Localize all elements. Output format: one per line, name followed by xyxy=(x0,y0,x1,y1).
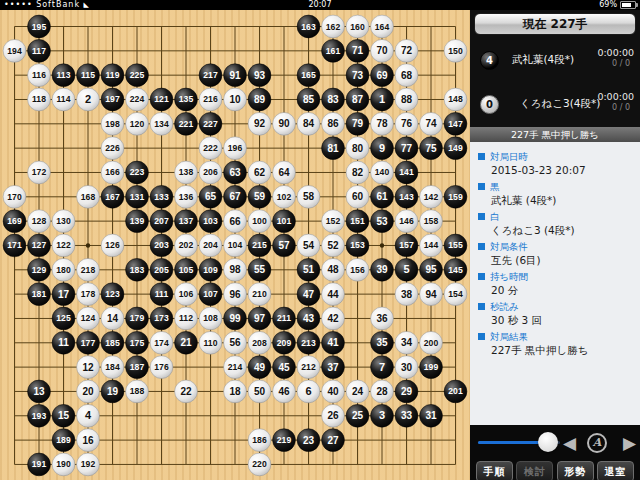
svg-text:167: 167 xyxy=(105,192,120,202)
svg-text:170: 170 xyxy=(7,192,22,202)
bullet-icon xyxy=(478,333,485,340)
svg-text:125: 125 xyxy=(56,313,71,323)
stone-white-94: 94 xyxy=(420,283,443,306)
stone-white-194: 194 xyxy=(3,39,26,62)
stone-black-7: 7 xyxy=(371,356,394,379)
svg-text:178: 178 xyxy=(81,289,96,299)
next-move-button[interactable]: ▶ xyxy=(623,431,636,455)
svg-text:224: 224 xyxy=(130,94,145,104)
stone-black-105: 105 xyxy=(175,258,198,281)
info-value-3: 互先 (6目) xyxy=(491,254,640,267)
stone-black-193: 193 xyxy=(28,404,51,427)
svg-text:183: 183 xyxy=(130,265,145,275)
svg-text:123: 123 xyxy=(105,289,120,299)
svg-text:84: 84 xyxy=(303,118,315,129)
stone-black-131: 131 xyxy=(126,185,149,208)
info-value-4: 20 分 xyxy=(491,284,640,297)
stone-white-36: 36 xyxy=(371,307,394,330)
svg-text:218: 218 xyxy=(81,265,96,275)
svg-text:207: 207 xyxy=(154,216,169,226)
svg-text:143: 143 xyxy=(399,192,414,202)
stone-black-139: 139 xyxy=(126,210,149,233)
svg-text:87: 87 xyxy=(352,94,364,105)
stone-black-215: 215 xyxy=(248,234,271,257)
svg-text:90: 90 xyxy=(278,118,290,129)
stone-white-162: 162 xyxy=(322,15,345,38)
info-value-6: 227手 黒中押し勝ち xyxy=(491,344,640,357)
stone-white-12: 12 xyxy=(77,356,100,379)
stone-white-134: 134 xyxy=(150,112,173,135)
stone-black-55: 55 xyxy=(248,258,271,281)
svg-text:55: 55 xyxy=(254,264,266,275)
stone-black-37: 37 xyxy=(322,356,345,379)
svg-text:66: 66 xyxy=(229,216,241,227)
svg-text:191: 191 xyxy=(32,459,47,469)
svg-text:225: 225 xyxy=(130,70,145,80)
svg-text:127: 127 xyxy=(32,240,47,250)
svg-text:99: 99 xyxy=(229,313,241,324)
svg-text:199: 199 xyxy=(424,362,439,372)
info-label-5: 秒読み xyxy=(478,300,640,313)
stone-black-81: 81 xyxy=(322,137,345,160)
svg-text:189: 189 xyxy=(56,435,71,445)
svg-text:36: 36 xyxy=(376,313,388,324)
stone-black-219: 219 xyxy=(273,429,296,452)
svg-text:176: 176 xyxy=(154,362,169,372)
svg-text:25: 25 xyxy=(352,410,364,421)
svg-text:190: 190 xyxy=(56,459,71,469)
stone-white-120: 120 xyxy=(126,112,149,135)
stone-black-197: 197 xyxy=(101,88,124,111)
svg-text:102: 102 xyxy=(277,192,292,202)
bullet-icon xyxy=(478,183,485,190)
stone-black-111: 111 xyxy=(150,283,173,306)
stone-white-60: 60 xyxy=(346,185,369,208)
svg-text:1: 1 xyxy=(379,93,385,105)
svg-text:40: 40 xyxy=(327,386,339,397)
stone-white-42: 42 xyxy=(322,307,345,330)
svg-text:3: 3 xyxy=(379,409,385,421)
svg-text:137: 137 xyxy=(179,216,194,226)
stone-white-110: 110 xyxy=(199,331,222,354)
svg-text:194: 194 xyxy=(7,46,22,56)
stone-white-102: 102 xyxy=(273,185,296,208)
stone-black-45: 45 xyxy=(273,356,296,379)
star-point xyxy=(380,243,384,247)
stone-white-86: 86 xyxy=(322,112,345,135)
stone-white-62: 62 xyxy=(248,161,271,184)
svg-text:44: 44 xyxy=(327,289,339,300)
stone-white-204: 204 xyxy=(199,234,222,257)
stone-white-216: 216 xyxy=(199,88,222,111)
stone-white-214: 214 xyxy=(224,356,247,379)
button-形勢[interactable]: 形勢 xyxy=(557,461,594,480)
svg-text:86: 86 xyxy=(327,118,339,129)
stone-black-163: 163 xyxy=(297,15,320,38)
stone-black-125: 125 xyxy=(52,307,75,330)
svg-text:144: 144 xyxy=(424,240,439,250)
stone-white-2: 2 xyxy=(77,88,100,111)
stone-white-220: 220 xyxy=(248,453,271,476)
svg-text:156: 156 xyxy=(350,265,365,275)
svg-text:61: 61 xyxy=(376,191,388,202)
bullet-icon xyxy=(478,243,485,250)
svg-text:96: 96 xyxy=(229,289,241,300)
stone-white-80: 80 xyxy=(346,137,369,160)
svg-text:19: 19 xyxy=(107,386,119,397)
svg-text:9: 9 xyxy=(379,142,385,154)
stone-white-210: 210 xyxy=(248,283,271,306)
stone-black-227: 227 xyxy=(199,112,222,135)
stone-white-40: 40 xyxy=(322,380,345,403)
stone-white-176: 176 xyxy=(150,356,173,379)
stone-black-207: 207 xyxy=(150,210,173,233)
svg-text:62: 62 xyxy=(254,167,266,178)
button-手順[interactable]: 手順 xyxy=(476,461,513,480)
stone-black-9: 9 xyxy=(371,137,394,160)
stone-white-172: 172 xyxy=(28,161,51,184)
svg-text:49: 49 xyxy=(254,362,266,373)
svg-text:140: 140 xyxy=(375,167,390,177)
stone-white-206: 206 xyxy=(199,161,222,184)
svg-text:103: 103 xyxy=(203,216,218,226)
svg-text:104: 104 xyxy=(228,240,243,250)
stone-black-185: 185 xyxy=(101,331,124,354)
stone-black-27: 27 xyxy=(322,429,345,452)
svg-text:219: 219 xyxy=(277,435,292,445)
svg-text:120: 120 xyxy=(130,119,145,129)
stone-white-154: 154 xyxy=(444,283,467,306)
white-player-periods: 0 / 0 xyxy=(612,103,630,112)
game-info-panel: 対局日時2015-03-23 20:07黒武礼葉 (4段*)白くろねこ3 (4段… xyxy=(470,142,640,425)
svg-text:112: 112 xyxy=(179,313,193,323)
stone-white-170: 170 xyxy=(3,185,26,208)
svg-text:56: 56 xyxy=(229,337,241,348)
stone-black-149: 149 xyxy=(444,137,467,160)
svg-text:37: 37 xyxy=(327,362,339,373)
svg-text:20: 20 xyxy=(82,386,94,397)
svg-text:150: 150 xyxy=(448,46,463,56)
svg-text:42: 42 xyxy=(327,313,339,324)
info-label-4: 持ち時間 xyxy=(478,270,640,283)
bullet-icon xyxy=(478,153,485,160)
bullet-icon xyxy=(478,213,485,220)
svg-text:181: 181 xyxy=(32,289,47,299)
info-value-5: 30 秒 3 回 xyxy=(491,314,640,327)
svg-text:187: 187 xyxy=(130,362,145,372)
auto-play-button[interactable]: A xyxy=(587,433,607,453)
svg-text:196: 196 xyxy=(228,143,243,153)
stone-white-56: 56 xyxy=(224,331,247,354)
svg-text:29: 29 xyxy=(401,386,413,397)
stone-black-127: 127 xyxy=(28,234,51,257)
stone-black-157: 157 xyxy=(395,234,418,257)
stone-white-116: 116 xyxy=(28,64,51,87)
stone-black-171: 171 xyxy=(3,234,26,257)
stone-black-93: 93 xyxy=(248,64,271,87)
svg-text:138: 138 xyxy=(179,167,194,177)
svg-text:45: 45 xyxy=(278,362,290,373)
button-検討[interactable]: 検討 xyxy=(516,461,553,480)
svg-text:216: 216 xyxy=(203,94,218,104)
svg-text:155: 155 xyxy=(448,240,463,250)
stone-white-136: 136 xyxy=(175,185,198,208)
svg-text:154: 154 xyxy=(448,289,463,299)
svg-text:136: 136 xyxy=(179,192,194,202)
prev-move-button[interactable]: ◀ xyxy=(563,431,576,455)
stone-black-65: 65 xyxy=(199,185,222,208)
result-bar: 227手 黒中押し勝ち xyxy=(470,127,640,142)
svg-text:14: 14 xyxy=(107,313,119,324)
stone-white-166: 166 xyxy=(101,161,124,184)
player-row-black: 4 武礼葉(4段*) 0:00:00 0 / 0 xyxy=(470,40,640,80)
stone-black-169: 169 xyxy=(3,210,26,233)
svg-text:121: 121 xyxy=(154,94,169,104)
svg-text:117: 117 xyxy=(32,46,46,56)
go-board: 1951631621601641941171617170721501161131… xyxy=(0,10,470,480)
stone-white-200: 200 xyxy=(420,331,443,354)
svg-text:53: 53 xyxy=(376,216,388,227)
svg-text:227: 227 xyxy=(203,119,218,129)
stone-white-202: 202 xyxy=(175,234,198,257)
svg-text:217: 217 xyxy=(203,70,218,80)
svg-text:93: 93 xyxy=(254,70,266,81)
svg-text:174: 174 xyxy=(154,338,169,348)
svg-text:172: 172 xyxy=(32,167,47,177)
stone-white-4: 4 xyxy=(77,404,100,427)
stone-white-192: 192 xyxy=(77,453,100,476)
svg-text:70: 70 xyxy=(376,45,388,56)
stone-black-119: 119 xyxy=(101,64,124,87)
svg-text:188: 188 xyxy=(130,386,145,396)
stone-black-165: 165 xyxy=(297,64,320,87)
stone-black-17: 17 xyxy=(52,283,75,306)
svg-text:2: 2 xyxy=(85,93,91,105)
stone-white-180: 180 xyxy=(52,258,75,281)
svg-text:160: 160 xyxy=(350,22,365,32)
current-move-header: 現在 227手 xyxy=(474,13,636,35)
stone-white-150: 150 xyxy=(444,39,467,62)
black-player-time: 0:00:00 xyxy=(597,47,634,58)
svg-text:213: 213 xyxy=(301,338,316,348)
svg-text:110: 110 xyxy=(204,338,218,348)
stone-black-223: 223 xyxy=(126,161,149,184)
svg-text:28: 28 xyxy=(376,386,388,397)
stone-black-189: 189 xyxy=(52,429,75,452)
svg-text:52: 52 xyxy=(327,240,339,251)
stone-white-20: 20 xyxy=(77,380,100,403)
svg-text:197: 197 xyxy=(105,94,120,104)
stone-white-26: 26 xyxy=(322,404,345,427)
stone-white-72: 72 xyxy=(395,39,418,62)
stone-black-173: 173 xyxy=(150,307,173,330)
stone-white-28: 28 xyxy=(371,380,394,403)
stone-black-161: 161 xyxy=(322,39,345,62)
stone-white-22: 22 xyxy=(175,380,198,403)
stone-white-14: 14 xyxy=(101,307,124,330)
stone-white-30: 30 xyxy=(395,356,418,379)
svg-text:204: 204 xyxy=(203,240,218,250)
stone-white-58: 58 xyxy=(297,185,320,208)
svg-text:166: 166 xyxy=(105,167,120,177)
svg-text:198: 198 xyxy=(105,119,120,129)
svg-text:94: 94 xyxy=(425,289,437,300)
svg-text:107: 107 xyxy=(203,289,218,299)
svg-text:80: 80 xyxy=(352,143,364,154)
svg-text:15: 15 xyxy=(58,410,70,421)
stone-black-153: 153 xyxy=(346,234,369,257)
svg-text:38: 38 xyxy=(401,289,413,300)
svg-text:108: 108 xyxy=(203,313,218,323)
svg-text:215: 215 xyxy=(252,240,267,250)
stone-black-151: 151 xyxy=(346,210,369,233)
stone-black-23: 23 xyxy=(297,429,320,452)
move-slider[interactable] xyxy=(478,441,560,444)
stone-black-95: 95 xyxy=(420,258,443,281)
stone-black-61: 61 xyxy=(371,185,394,208)
svg-text:18: 18 xyxy=(229,386,241,397)
svg-text:149: 149 xyxy=(448,143,463,153)
svg-text:226: 226 xyxy=(105,143,120,153)
stone-black-107: 107 xyxy=(199,283,222,306)
stone-black-217: 217 xyxy=(199,64,222,87)
stone-white-96: 96 xyxy=(224,283,247,306)
svg-text:76: 76 xyxy=(401,118,413,129)
stone-black-129: 129 xyxy=(28,258,51,281)
svg-text:162: 162 xyxy=(326,22,341,32)
board-svg: 1951631621601641941171617170721501161131… xyxy=(0,10,470,480)
stone-white-156: 156 xyxy=(346,258,369,281)
stone-white-122: 122 xyxy=(52,234,75,257)
stone-white-196: 196 xyxy=(224,137,247,160)
svg-text:157: 157 xyxy=(399,240,414,250)
stone-black-41: 41 xyxy=(322,331,345,354)
stone-black-103: 103 xyxy=(199,210,222,233)
white-player-name: くろねこ3(4段*) xyxy=(520,97,600,111)
svg-text:171: 171 xyxy=(7,240,22,250)
svg-text:133: 133 xyxy=(154,192,169,202)
svg-text:109: 109 xyxy=(203,265,218,275)
stone-black-213: 213 xyxy=(297,331,320,354)
svg-text:146: 146 xyxy=(399,216,414,226)
stone-white-44: 44 xyxy=(322,283,345,306)
stone-black-97: 97 xyxy=(248,307,271,330)
svg-text:195: 195 xyxy=(32,22,47,32)
stone-white-70: 70 xyxy=(371,39,394,62)
stone-black-179: 179 xyxy=(126,307,149,330)
svg-text:54: 54 xyxy=(303,240,315,251)
move-slider-knob[interactable] xyxy=(538,432,558,452)
stone-black-123: 123 xyxy=(101,283,124,306)
stone-black-29: 29 xyxy=(395,380,418,403)
svg-text:186: 186 xyxy=(252,435,267,445)
stone-white-48: 48 xyxy=(322,258,345,281)
stone-white-24: 24 xyxy=(346,380,369,403)
svg-text:193: 193 xyxy=(32,411,47,421)
svg-text:60: 60 xyxy=(352,191,364,202)
black-stone-capture-badge: 4 xyxy=(480,51,499,70)
stone-black-39: 39 xyxy=(371,258,394,281)
svg-text:41: 41 xyxy=(327,337,339,348)
stone-white-104: 104 xyxy=(224,234,247,257)
battery-percent: 69% xyxy=(599,0,617,10)
stone-black-91: 91 xyxy=(224,64,247,87)
status-bar: ••••• SoftBank ◣ 20:07 69% xyxy=(0,0,640,10)
stone-black-49: 49 xyxy=(248,356,271,379)
svg-text:128: 128 xyxy=(32,216,47,226)
svg-text:23: 23 xyxy=(303,435,315,446)
stone-black-25: 25 xyxy=(346,404,369,427)
stone-black-141: 141 xyxy=(395,161,418,184)
svg-text:147: 147 xyxy=(448,119,463,129)
svg-text:111: 111 xyxy=(155,289,169,299)
stone-black-195: 195 xyxy=(28,15,51,38)
stone-white-98: 98 xyxy=(224,258,247,281)
svg-text:130: 130 xyxy=(56,216,71,226)
svg-text:92: 92 xyxy=(254,118,266,129)
svg-text:180: 180 xyxy=(56,265,71,275)
svg-text:21: 21 xyxy=(180,337,192,348)
button-退室[interactable]: 退室 xyxy=(597,461,634,480)
svg-text:221: 221 xyxy=(179,119,194,129)
stone-white-198: 198 xyxy=(101,112,124,135)
svg-text:223: 223 xyxy=(130,167,145,177)
svg-text:169: 169 xyxy=(7,216,22,226)
stone-white-52: 52 xyxy=(322,234,345,257)
svg-text:26: 26 xyxy=(327,410,339,421)
stone-black-143: 143 xyxy=(395,185,418,208)
svg-text:35: 35 xyxy=(376,337,388,348)
svg-text:65: 65 xyxy=(205,191,217,202)
stone-white-128: 128 xyxy=(28,210,51,233)
svg-text:58: 58 xyxy=(303,191,315,202)
svg-text:77: 77 xyxy=(401,143,413,154)
svg-text:135: 135 xyxy=(179,94,194,104)
svg-text:48: 48 xyxy=(327,264,339,275)
stone-black-89: 89 xyxy=(248,88,271,111)
stone-white-158: 158 xyxy=(420,210,443,233)
stone-black-187: 187 xyxy=(126,356,149,379)
stone-black-19: 19 xyxy=(101,380,124,403)
stone-black-79: 79 xyxy=(346,112,369,135)
svg-text:5: 5 xyxy=(403,263,409,275)
stone-black-209: 209 xyxy=(273,331,296,354)
stone-white-226: 226 xyxy=(101,137,124,160)
stone-white-152: 152 xyxy=(322,210,345,233)
svg-text:51: 51 xyxy=(303,264,315,275)
stone-white-208: 208 xyxy=(248,331,271,354)
stone-white-160: 160 xyxy=(346,15,369,38)
stone-white-222: 222 xyxy=(199,137,222,160)
stone-black-175: 175 xyxy=(126,331,149,354)
stone-white-144: 144 xyxy=(420,234,443,257)
svg-text:57: 57 xyxy=(278,240,290,251)
white-stone-capture-badge: 0 xyxy=(480,95,499,114)
svg-text:118: 118 xyxy=(32,94,46,104)
stone-white-68: 68 xyxy=(395,64,418,87)
stone-white-16: 16 xyxy=(77,429,100,452)
svg-text:164: 164 xyxy=(375,22,390,32)
stone-black-201: 201 xyxy=(444,380,467,403)
svg-text:88: 88 xyxy=(401,94,413,105)
svg-text:13: 13 xyxy=(33,386,45,397)
stone-black-13: 13 xyxy=(28,380,51,403)
svg-text:210: 210 xyxy=(252,289,267,299)
stone-black-73: 73 xyxy=(346,64,369,87)
info-value-1: 武礼葉 (4段*) xyxy=(491,194,640,207)
svg-text:43: 43 xyxy=(303,313,315,324)
svg-text:63: 63 xyxy=(229,167,241,178)
